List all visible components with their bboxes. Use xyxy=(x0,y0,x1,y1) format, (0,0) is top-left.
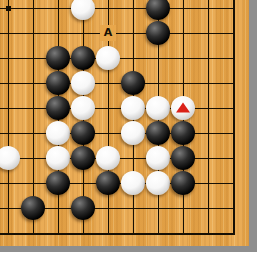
board-edge-line-vertical xyxy=(233,0,235,235)
white-stone[interactable] xyxy=(146,171,170,195)
white-stone[interactable] xyxy=(71,96,95,120)
black-stone[interactable] xyxy=(21,196,45,220)
black-stone[interactable] xyxy=(121,71,145,95)
black-stone[interactable] xyxy=(46,71,70,95)
white-stone-triangle-marked[interactable] xyxy=(171,96,195,120)
black-stone[interactable] xyxy=(46,96,70,120)
black-stone[interactable] xyxy=(171,121,195,145)
white-stone[interactable] xyxy=(46,146,70,170)
board-edge-shadow-bottom xyxy=(0,246,257,252)
black-stone[interactable] xyxy=(146,0,170,20)
grid-line-vertical xyxy=(208,0,209,235)
black-stone[interactable] xyxy=(171,146,195,170)
point-label-A[interactable]: A xyxy=(100,25,116,41)
triangle-mark-icon xyxy=(176,103,190,113)
grid-line-horizontal xyxy=(0,83,235,84)
grid-line-vertical xyxy=(8,0,9,235)
black-stone[interactable] xyxy=(71,196,95,220)
white-stone[interactable] xyxy=(46,121,70,145)
board-edge-shadow-right xyxy=(249,0,257,252)
black-stone[interactable] xyxy=(146,21,170,45)
white-stone[interactable] xyxy=(121,96,145,120)
black-stone[interactable] xyxy=(96,171,120,195)
go-board[interactable]: A xyxy=(0,0,249,246)
white-stone[interactable] xyxy=(146,96,170,120)
white-stone[interactable] xyxy=(121,171,145,195)
grid-line-horizontal xyxy=(0,133,235,134)
white-stone[interactable] xyxy=(71,71,95,95)
star-point xyxy=(6,6,11,11)
grid-line-horizontal xyxy=(0,108,235,109)
white-stone[interactable] xyxy=(0,146,20,170)
white-stone[interactable] xyxy=(96,46,120,70)
board-edge-line-horizontal xyxy=(0,233,235,235)
black-stone[interactable] xyxy=(171,171,195,195)
black-stone[interactable] xyxy=(71,46,95,70)
grid-line-horizontal xyxy=(0,33,235,34)
white-stone[interactable] xyxy=(121,121,145,145)
black-stone[interactable] xyxy=(71,121,95,145)
go-board-screenshot: A xyxy=(0,0,260,260)
black-stone[interactable] xyxy=(146,121,170,145)
white-stone[interactable] xyxy=(71,0,95,20)
black-stone[interactable] xyxy=(71,146,95,170)
black-stone[interactable] xyxy=(46,46,70,70)
white-stone[interactable] xyxy=(96,146,120,170)
black-stone[interactable] xyxy=(46,171,70,195)
white-stone[interactable] xyxy=(146,146,170,170)
grid-line-horizontal xyxy=(0,8,235,9)
